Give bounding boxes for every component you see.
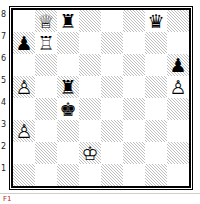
square-d6[interactable]	[79, 54, 101, 76]
rank-label-1: 1	[0, 164, 9, 186]
square-e1[interactable]	[101, 164, 123, 186]
square-h7[interactable]	[167, 32, 189, 54]
square-f5[interactable]	[123, 76, 145, 98]
square-c1[interactable]	[57, 164, 79, 186]
square-a3[interactable]: ♟♙	[13, 120, 35, 142]
square-b6[interactable]	[35, 54, 57, 76]
white-pawn-piece[interactable]: ♟♙	[13, 76, 35, 98]
square-h3[interactable]	[167, 120, 189, 142]
square-b5[interactable]	[35, 76, 57, 98]
white-rook-piece[interactable]: ♜♖	[35, 32, 57, 54]
square-c7[interactable]	[57, 32, 79, 54]
square-d8[interactable]	[79, 10, 101, 32]
square-g6[interactable]	[145, 54, 167, 76]
square-c3[interactable]	[57, 120, 79, 142]
black-pawn-piece[interactable]: ♟	[167, 54, 189, 76]
white-queen-piece[interactable]: ♛♕	[35, 10, 57, 32]
square-a2[interactable]	[13, 142, 35, 164]
square-f4[interactable]	[123, 98, 145, 120]
square-a4[interactable]	[13, 98, 35, 120]
square-a7[interactable]: ♟	[13, 32, 35, 54]
square-e6[interactable]	[101, 54, 123, 76]
square-f6[interactable]	[123, 54, 145, 76]
square-a5[interactable]: ♟♙	[13, 76, 35, 98]
square-a6[interactable]	[13, 54, 35, 76]
board-border: ♛♕♜♛♟♜♖♟♟♙♜♟♙♚♟♙♚♔	[11, 8, 191, 188]
square-e3[interactable]	[101, 120, 123, 142]
square-b7[interactable]: ♜♖	[35, 32, 57, 54]
square-e2[interactable]	[101, 142, 123, 164]
black-pawn-piece[interactable]: ♟	[13, 32, 35, 54]
rank-label-2: 2	[0, 142, 9, 164]
square-e5[interactable]	[101, 76, 123, 98]
square-g7[interactable]	[145, 32, 167, 54]
square-h8[interactable]	[167, 10, 189, 32]
rank-label-8: 8	[0, 10, 9, 32]
square-g5[interactable]	[145, 76, 167, 98]
square-d2[interactable]: ♚♔	[79, 142, 101, 164]
square-d3[interactable]	[79, 120, 101, 142]
rank-labels: 87654321	[0, 10, 9, 186]
square-f7[interactable]	[123, 32, 145, 54]
square-e7[interactable]	[101, 32, 123, 54]
square-c8[interactable]: ♜	[57, 10, 79, 32]
white-pawn-piece[interactable]: ♟♙	[167, 76, 189, 98]
square-d5[interactable]	[79, 76, 101, 98]
square-f8[interactable]	[123, 10, 145, 32]
rank-label-6: 6	[0, 54, 9, 76]
square-g2[interactable]	[145, 142, 167, 164]
square-f3[interactable]	[123, 120, 145, 142]
black-queen-piece[interactable]: ♛	[145, 10, 167, 32]
caption-label: F1	[3, 196, 11, 203]
square-b4[interactable]	[35, 98, 57, 120]
square-g3[interactable]	[145, 120, 167, 142]
square-f2[interactable]	[123, 142, 145, 164]
square-b2[interactable]	[35, 142, 57, 164]
black-rook-piece[interactable]: ♜	[57, 76, 79, 98]
square-e8[interactable]	[101, 10, 123, 32]
square-b8[interactable]: ♛♕	[35, 10, 57, 32]
square-h6[interactable]: ♟	[167, 54, 189, 76]
square-a1[interactable]	[13, 164, 35, 186]
square-c5[interactable]: ♜	[57, 76, 79, 98]
square-c2[interactable]	[57, 142, 79, 164]
square-g8[interactable]: ♛	[145, 10, 167, 32]
square-f1[interactable]	[123, 164, 145, 186]
square-h4[interactable]	[167, 98, 189, 120]
black-rook-piece[interactable]: ♜	[57, 10, 79, 32]
board-frame: ♛♕♜♛♟♜♖♟♟♙♜♟♙♚♟♙♚♔	[9, 6, 193, 190]
square-h5[interactable]: ♟♙	[167, 76, 189, 98]
square-g4[interactable]	[145, 98, 167, 120]
bottom-divider	[0, 193, 200, 194]
square-g1[interactable]	[145, 164, 167, 186]
white-pawn-piece[interactable]: ♟♙	[13, 120, 35, 142]
rank-label-4: 4	[0, 98, 9, 120]
rank-label-3: 3	[0, 120, 9, 142]
square-a8[interactable]	[13, 10, 35, 32]
square-h2[interactable]	[167, 142, 189, 164]
square-d1[interactable]	[79, 164, 101, 186]
white-king-piece[interactable]: ♚♔	[79, 142, 101, 164]
square-c6[interactable]	[57, 54, 79, 76]
rank-label-7: 7	[0, 32, 9, 54]
square-h1[interactable]	[167, 164, 189, 186]
square-e4[interactable]	[101, 98, 123, 120]
chess-diagram: 87654321 ♛♕♜♛♟♜♖♟♟♙♜♟♙♚♟♙♚♔ F1	[0, 0, 200, 204]
rank-label-5: 5	[0, 76, 9, 98]
square-d7[interactable]	[79, 32, 101, 54]
square-b3[interactable]	[35, 120, 57, 142]
square-b1[interactable]	[35, 164, 57, 186]
chess-board-grid[interactable]: ♛♕♜♛♟♜♖♟♟♙♜♟♙♚♟♙♚♔	[13, 10, 189, 186]
square-c4[interactable]: ♚	[57, 98, 79, 120]
black-king-piece[interactable]: ♚	[57, 98, 79, 120]
square-d4[interactable]	[79, 98, 101, 120]
